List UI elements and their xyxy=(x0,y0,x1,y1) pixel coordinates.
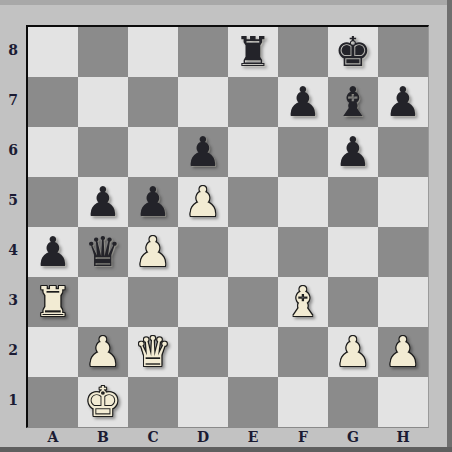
square-f8[interactable] xyxy=(278,27,328,77)
black-rook[interactable]: ♜ xyxy=(228,27,278,77)
square-c6[interactable] xyxy=(128,127,178,177)
square-c3[interactable] xyxy=(128,277,178,327)
square-e8[interactable]: ♜ xyxy=(228,27,278,77)
square-a1[interactable] xyxy=(28,377,78,427)
square-c2[interactable]: ♛ xyxy=(128,327,178,377)
square-c7[interactable] xyxy=(128,77,178,127)
square-g2[interactable]: ♟ xyxy=(328,327,378,377)
chess-board[interactable]: ♜♚♟♝♟♟♟♟♟♟♟♛♟♜♝♟♛♟♟♚ xyxy=(26,25,429,428)
square-f3[interactable]: ♝ xyxy=(278,277,328,327)
file-label-e: E xyxy=(228,426,278,448)
rank-label-1: 1 xyxy=(0,375,26,425)
white-rook[interactable]: ♜ xyxy=(28,277,78,327)
square-g5[interactable] xyxy=(328,177,378,227)
square-h3[interactable] xyxy=(378,277,428,327)
square-e4[interactable] xyxy=(228,227,278,277)
square-e1[interactable] xyxy=(228,377,278,427)
square-a3[interactable]: ♜ xyxy=(28,277,78,327)
square-f7[interactable]: ♟ xyxy=(278,77,328,127)
file-label-b: B xyxy=(78,426,128,448)
black-pawn[interactable]: ♟ xyxy=(178,127,228,177)
square-d4[interactable] xyxy=(178,227,228,277)
rank-label-5: 5 xyxy=(0,175,26,225)
square-c1[interactable] xyxy=(128,377,178,427)
square-g6[interactable]: ♟ xyxy=(328,127,378,177)
square-c5[interactable]: ♟ xyxy=(128,177,178,227)
square-e5[interactable] xyxy=(228,177,278,227)
square-d5[interactable]: ♟ xyxy=(178,177,228,227)
white-pawn[interactable]: ♟ xyxy=(78,327,128,377)
black-pawn[interactable]: ♟ xyxy=(378,77,428,127)
square-d3[interactable] xyxy=(178,277,228,327)
square-b8[interactable] xyxy=(78,27,128,77)
square-h8[interactable] xyxy=(378,27,428,77)
square-a4[interactable]: ♟ xyxy=(28,227,78,277)
square-g8[interactable]: ♚ xyxy=(328,27,378,77)
frame-top-edge xyxy=(0,0,452,5)
rank-label-6: 6 xyxy=(0,125,26,175)
square-d2[interactable] xyxy=(178,327,228,377)
square-b5[interactable]: ♟ xyxy=(78,177,128,227)
chess-diagram-frame: 87654321 ♜♚♟♝♟♟♟♟♟♟♟♛♟♜♝♟♛♟♟♚ ABCDEFGH xyxy=(0,0,452,452)
square-d1[interactable] xyxy=(178,377,228,427)
square-d7[interactable] xyxy=(178,77,228,127)
rank-label-7: 7 xyxy=(0,75,26,125)
square-b3[interactable] xyxy=(78,277,128,327)
square-b6[interactable] xyxy=(78,127,128,177)
square-a7[interactable] xyxy=(28,77,78,127)
square-f4[interactable] xyxy=(278,227,328,277)
rank-label-8: 8 xyxy=(0,25,26,75)
black-pawn[interactable]: ♟ xyxy=(28,227,78,277)
file-label-g: G xyxy=(328,426,378,448)
file-label-d: D xyxy=(178,426,228,448)
file-label-a: A xyxy=(28,426,78,448)
square-f6[interactable] xyxy=(278,127,328,177)
white-queen[interactable]: ♛ xyxy=(128,327,178,377)
white-pawn[interactable]: ♟ xyxy=(128,227,178,277)
square-e6[interactable] xyxy=(228,127,278,177)
file-labels: ABCDEFGH xyxy=(28,426,428,448)
square-b2[interactable]: ♟ xyxy=(78,327,128,377)
square-d6[interactable]: ♟ xyxy=(178,127,228,177)
square-g7[interactable]: ♝ xyxy=(328,77,378,127)
square-f5[interactable] xyxy=(278,177,328,227)
rank-label-4: 4 xyxy=(0,225,26,275)
square-d8[interactable] xyxy=(178,27,228,77)
black-queen[interactable]: ♛ xyxy=(78,227,128,277)
black-pawn[interactable]: ♟ xyxy=(278,77,328,127)
white-bishop[interactable]: ♝ xyxy=(278,277,328,327)
square-g4[interactable] xyxy=(328,227,378,277)
white-pawn[interactable]: ♟ xyxy=(178,177,228,227)
black-pawn[interactable]: ♟ xyxy=(128,177,178,227)
square-h7[interactable]: ♟ xyxy=(378,77,428,127)
square-c4[interactable]: ♟ xyxy=(128,227,178,277)
black-king[interactable]: ♚ xyxy=(328,27,378,77)
square-g1[interactable] xyxy=(328,377,378,427)
black-bishop[interactable]: ♝ xyxy=(328,77,378,127)
square-a5[interactable] xyxy=(28,177,78,227)
square-a2[interactable] xyxy=(28,327,78,377)
square-e3[interactable] xyxy=(228,277,278,327)
rank-label-3: 3 xyxy=(0,275,26,325)
square-e2[interactable] xyxy=(228,327,278,377)
frame-right-edge xyxy=(447,0,452,452)
square-c8[interactable] xyxy=(128,27,178,77)
white-pawn[interactable]: ♟ xyxy=(378,327,428,377)
square-b1[interactable]: ♚ xyxy=(78,377,128,427)
white-king[interactable]: ♚ xyxy=(78,377,128,427)
square-h1[interactable] xyxy=(378,377,428,427)
file-label-f: F xyxy=(278,426,328,448)
square-g3[interactable] xyxy=(328,277,378,327)
square-a8[interactable] xyxy=(28,27,78,77)
square-e7[interactable] xyxy=(228,77,278,127)
square-h4[interactable] xyxy=(378,227,428,277)
square-b7[interactable] xyxy=(78,77,128,127)
white-pawn[interactable]: ♟ xyxy=(328,327,378,377)
square-f1[interactable] xyxy=(278,377,328,427)
rank-labels: 87654321 xyxy=(0,25,26,425)
square-h6[interactable] xyxy=(378,127,428,177)
black-pawn[interactable]: ♟ xyxy=(78,177,128,227)
black-pawn[interactable]: ♟ xyxy=(328,127,378,177)
file-label-c: C xyxy=(128,426,178,448)
square-b4[interactable]: ♛ xyxy=(78,227,128,277)
square-a6[interactable] xyxy=(28,127,78,177)
square-h2[interactable]: ♟ xyxy=(378,327,428,377)
square-h5[interactable] xyxy=(378,177,428,227)
rank-label-2: 2 xyxy=(0,325,26,375)
square-f2[interactable] xyxy=(278,327,328,377)
file-label-h: H xyxy=(378,426,428,448)
